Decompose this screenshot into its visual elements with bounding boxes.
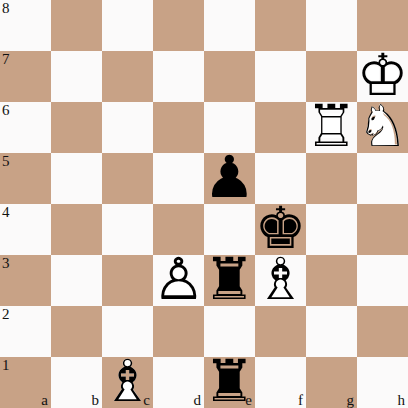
square-a6[interactable]: 6: [0, 102, 51, 153]
black-rook-glyph: ♜: [204, 351, 256, 408]
rank-label-7: 7: [2, 51, 10, 68]
square-h5[interactable]: [357, 153, 408, 204]
white-rook-glyph: ♖: [306, 96, 358, 154]
square-d5[interactable]: [153, 153, 204, 204]
rank-label-4: 4: [2, 204, 10, 221]
square-b5[interactable]: [51, 153, 102, 204]
rank-label-5: 5: [2, 153, 10, 170]
white-pawn-glyph: ♙: [153, 249, 205, 307]
chess-board: 87♚♔6♜♖♞♘5♟4♚3♟♙♜♝♗21abc♝♗de♜fgh: [0, 0, 408, 408]
square-g8[interactable]: [306, 0, 357, 51]
square-b8[interactable]: [51, 0, 102, 51]
square-a3[interactable]: 3: [0, 255, 51, 306]
square-b1[interactable]: b: [51, 357, 102, 408]
white-bishop-glyph: ♗: [102, 351, 154, 408]
square-h6[interactable]: ♞♘: [357, 102, 408, 153]
file-label-h: h: [398, 392, 406, 408]
rank-label-8: 8: [2, 0, 10, 17]
square-d3[interactable]: ♟♙: [153, 255, 204, 306]
rank-label-3: 3: [2, 255, 10, 272]
square-d8[interactable]: [153, 0, 204, 51]
black-pawn[interactable]: ♟: [204, 153, 255, 204]
square-c5[interactable]: [102, 153, 153, 204]
square-e5[interactable]: ♟: [204, 153, 255, 204]
square-h3[interactable]: [357, 255, 408, 306]
file-label-g: g: [347, 392, 355, 408]
square-c6[interactable]: [102, 102, 153, 153]
square-a8[interactable]: 8: [0, 0, 51, 51]
square-c8[interactable]: [102, 0, 153, 51]
white-bishop[interactable]: ♝♗: [102, 357, 153, 408]
black-rook[interactable]: ♜: [204, 357, 255, 408]
square-f1[interactable]: f: [255, 357, 306, 408]
square-h1[interactable]: h: [357, 357, 408, 408]
square-g2[interactable]: [306, 306, 357, 357]
square-b6[interactable]: [51, 102, 102, 153]
square-h2[interactable]: [357, 306, 408, 357]
white-rook[interactable]: ♜♖: [306, 102, 357, 153]
square-a4[interactable]: 4: [0, 204, 51, 255]
white-bishop-glyph: ♗: [255, 249, 307, 307]
square-h4[interactable]: [357, 204, 408, 255]
square-g5[interactable]: [306, 153, 357, 204]
rank-label-6: 6: [2, 102, 10, 119]
file-label-b: b: [92, 392, 100, 408]
square-e3[interactable]: ♜: [204, 255, 255, 306]
square-e8[interactable]: [204, 0, 255, 51]
file-label-f: f: [298, 392, 303, 408]
square-c1[interactable]: c♝♗: [102, 357, 153, 408]
square-a1[interactable]: 1a: [0, 357, 51, 408]
rank-label-2: 2: [2, 306, 10, 323]
black-rook-glyph: ♜: [204, 249, 256, 307]
square-c7[interactable]: [102, 51, 153, 102]
square-d1[interactable]: d: [153, 357, 204, 408]
square-d6[interactable]: [153, 102, 204, 153]
rank-label-1: 1: [2, 357, 10, 374]
square-c4[interactable]: [102, 204, 153, 255]
square-g3[interactable]: [306, 255, 357, 306]
square-d2[interactable]: [153, 306, 204, 357]
black-pawn-glyph: ♟: [204, 147, 256, 205]
file-label-d: d: [194, 392, 202, 408]
file-label-a: a: [41, 392, 48, 408]
square-a7[interactable]: 7: [0, 51, 51, 102]
square-b7[interactable]: [51, 51, 102, 102]
square-f6[interactable]: [255, 102, 306, 153]
square-f8[interactable]: [255, 0, 306, 51]
square-a2[interactable]: 2: [0, 306, 51, 357]
square-e1[interactable]: e♜: [204, 357, 255, 408]
white-pawn[interactable]: ♟♙: [153, 255, 204, 306]
square-g4[interactable]: [306, 204, 357, 255]
square-f3[interactable]: ♝♗: [255, 255, 306, 306]
black-rook[interactable]: ♜: [204, 255, 255, 306]
white-bishop[interactable]: ♝♗: [255, 255, 306, 306]
white-knight-glyph: ♘: [357, 96, 408, 154]
square-b2[interactable]: [51, 306, 102, 357]
square-g1[interactable]: g: [306, 357, 357, 408]
square-g6[interactable]: ♜♖: [306, 102, 357, 153]
square-f7[interactable]: [255, 51, 306, 102]
white-knight[interactable]: ♞♘: [357, 102, 408, 153]
square-b3[interactable]: [51, 255, 102, 306]
square-d7[interactable]: [153, 51, 204, 102]
square-c3[interactable]: [102, 255, 153, 306]
square-b4[interactable]: [51, 204, 102, 255]
square-a5[interactable]: 5: [0, 153, 51, 204]
square-f2[interactable]: [255, 306, 306, 357]
square-e7[interactable]: [204, 51, 255, 102]
